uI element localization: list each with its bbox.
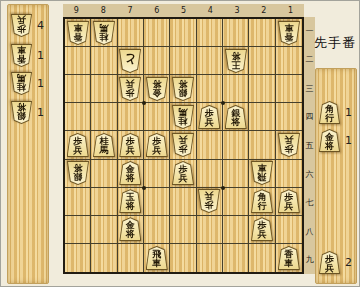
shogi-piece-gote[interactable]: 歩兵 xyxy=(172,133,194,157)
piece-kanji: 馬 xyxy=(99,23,108,32)
turn-indicator: 先手番 xyxy=(314,34,356,52)
board-cell-1-5[interactable]: 歩兵 xyxy=(276,131,302,159)
shogi-piece-sente[interactable]: 香車 xyxy=(278,246,300,270)
piece-face: 歩兵 xyxy=(279,190,299,212)
piece-face: 角行 xyxy=(320,102,339,123)
piece-face: 桂馬 xyxy=(94,134,114,156)
board-cell-4-4[interactable]: 歩兵 xyxy=(197,103,223,131)
piece-kanji: 馬 xyxy=(178,107,187,116)
shogi-piece-sente[interactable]: 飛車 xyxy=(146,246,168,270)
shogi-piece-gote[interactable]: 桂馬 xyxy=(172,105,194,129)
board-cell-8-7[interactable] xyxy=(91,188,117,216)
piece-kanji: 兵 xyxy=(205,118,214,127)
board-cell-4-3[interactable] xyxy=(197,75,223,103)
piece-kanji: 馬 xyxy=(99,146,108,155)
piece-kanji: 将 xyxy=(126,230,135,239)
piece-kanji: 兵 xyxy=(126,146,135,155)
board-cell-9-8[interactable] xyxy=(65,216,91,244)
board-cell-1-6[interactable] xyxy=(276,160,302,188)
piece-kanji: 将 xyxy=(178,79,187,88)
piece-face: 銀将 xyxy=(173,78,193,100)
board-cell-7-1[interactable] xyxy=(118,19,144,47)
hand-piece-row: 角行1 xyxy=(319,101,354,124)
hand-piece-count: 1 xyxy=(343,134,354,147)
board-cell-3-1[interactable] xyxy=(223,19,249,47)
board-cell-8-6[interactable] xyxy=(91,160,117,188)
shogi-piece-sente[interactable]: 角行 xyxy=(251,189,273,213)
board-cell-5-9[interactable] xyxy=(170,244,196,272)
piece-kanji: 兵 xyxy=(257,230,266,239)
piece-kanji: 歩 xyxy=(17,25,26,34)
shogi-piece-gote[interactable]: 銀将 xyxy=(67,161,89,185)
hand-piece-row: 金将1 xyxy=(319,129,354,152)
shogi-piece-sente[interactable]: 銀将 xyxy=(225,105,247,129)
shogi-piece-sente[interactable]: 歩兵 xyxy=(146,133,168,157)
board-cell-3-6[interactable] xyxy=(223,160,249,188)
board-cell-7-3[interactable]: 歩兵 xyxy=(118,75,144,103)
piece-face: 銀将 xyxy=(12,102,31,123)
piece-kanji: 銀 xyxy=(17,112,26,121)
board-cell-9-9[interactable] xyxy=(65,244,91,272)
hand-piece-count: 1 xyxy=(343,106,354,119)
shogi-piece-gote[interactable]: 王将 xyxy=(225,49,247,73)
board-cell-1-3[interactable] xyxy=(276,75,302,103)
file-label: 6 xyxy=(143,4,170,17)
board-cell-6-9[interactable]: 飛車 xyxy=(144,244,170,272)
board-cell-6-8[interactable] xyxy=(144,216,170,244)
board-cell-9-2[interactable] xyxy=(65,47,91,75)
board-cell-9-6[interactable]: 銀将 xyxy=(65,160,91,188)
piece-kanji: 馬 xyxy=(17,74,26,83)
board-cell-2-8[interactable]: 歩兵 xyxy=(249,216,275,244)
rank-label: 八 xyxy=(304,217,315,246)
piece-kanji: 行 xyxy=(325,114,334,123)
board-cell-5-3[interactable]: 銀将 xyxy=(170,75,196,103)
hand-piece-count: 1 xyxy=(35,106,46,119)
shogi-piece-sente[interactable]: 歩兵 xyxy=(198,105,220,129)
board-cell-1-7[interactable]: 歩兵 xyxy=(276,188,302,216)
board-cell-4-2[interactable] xyxy=(197,47,223,75)
board-cell-7-7[interactable]: 玉将 xyxy=(118,188,144,216)
hand-piece-row: 香車1 xyxy=(11,44,46,67)
hand-piece-count: 1 xyxy=(35,49,46,62)
board-cell-5-4[interactable]: 桂馬 xyxy=(170,103,196,131)
piece-kanji: 王 xyxy=(231,60,240,69)
shogi-piece-sente[interactable]: 歩兵 xyxy=(251,217,273,241)
board-cell-8-1[interactable]: 桂馬 xyxy=(91,19,117,47)
shogi-piece-gote[interactable]: 飛車 xyxy=(251,161,273,185)
piece-kanji: 将 xyxy=(231,118,240,127)
hand-piece-row: 銀将1 xyxy=(11,101,46,124)
piece-kanji: 兵 xyxy=(17,16,26,25)
board-cell-2-1[interactable] xyxy=(249,19,275,47)
piece-face: 歩兵 xyxy=(252,218,272,240)
piece-kanji: 桂 xyxy=(17,83,26,92)
file-label: 5 xyxy=(170,4,197,17)
piece-face: 角行 xyxy=(252,190,272,212)
board-cell-5-7[interactable] xyxy=(170,188,196,216)
gote-captured-stand: 歩兵4香車1桂馬1銀将1 xyxy=(7,4,49,284)
piece-kanji: 車 xyxy=(257,163,266,172)
board-cell-8-4[interactable] xyxy=(91,103,117,131)
shogi-piece-sente[interactable]: 玉将 xyxy=(119,189,141,213)
piece-kanji: 車 xyxy=(152,259,161,268)
piece-face: 玉将 xyxy=(120,190,140,212)
piece-kanji: 車 xyxy=(73,23,82,32)
rank-label: 四 xyxy=(304,103,315,132)
board-cell-9-7[interactable] xyxy=(65,188,91,216)
star-point xyxy=(142,186,146,190)
hand-piece-row: 歩兵4 xyxy=(11,14,46,37)
shogi-piece-sente[interactable]: 金将 xyxy=(119,217,141,241)
piece-face: 香車 xyxy=(279,22,299,44)
file-labels: 987654321 xyxy=(63,4,304,17)
shogi-piece-gote[interactable]: と xyxy=(119,49,141,73)
shogi-piece-sente[interactable]: 歩兵 xyxy=(278,189,300,213)
piece-face: 歩兵 xyxy=(12,15,31,36)
piece-kanji: 兵 xyxy=(284,135,293,144)
shogi-piece-sente[interactable]: 金将 xyxy=(119,161,141,185)
board-cell-9-3[interactable] xyxy=(65,75,91,103)
piece-face: 歩兵 xyxy=(320,252,339,273)
piece-kanji: 兵 xyxy=(178,174,187,183)
board-cell-8-5[interactable]: 桂馬 xyxy=(91,131,117,159)
board-cell-7-5[interactable]: 歩兵 xyxy=(118,131,144,159)
piece-face: 金将 xyxy=(120,218,140,240)
board-cell-3-4[interactable]: 銀将 xyxy=(223,103,249,131)
hand-piece-row: 桂馬1 xyxy=(11,72,46,95)
board-cell-7-4[interactable] xyxy=(118,103,144,131)
hand-piece-count: 2 xyxy=(343,256,354,269)
piece-kanji: 将 xyxy=(73,163,82,172)
shogi-piece-gote[interactable]: 桂馬 xyxy=(93,21,115,45)
file-label: 9 xyxy=(63,4,90,17)
star-point xyxy=(142,101,146,105)
board-cell-1-2[interactable] xyxy=(276,47,302,75)
board-cell-6-5[interactable]: 歩兵 xyxy=(144,131,170,159)
shogi-piece-sente[interactable]: 金将 xyxy=(319,129,340,152)
piece-face: 金将 xyxy=(320,130,339,151)
shogi-piece-gote[interactable]: 銀将 xyxy=(172,77,194,101)
board-cell-8-3[interactable] xyxy=(91,75,117,103)
board-cell-3-9[interactable] xyxy=(223,244,249,272)
piece-face: 桂馬 xyxy=(12,73,31,94)
piece-kanji: 歩 xyxy=(284,144,293,153)
board-cell-3-5[interactable] xyxy=(223,131,249,159)
shogi-piece-gote[interactable]: 歩兵 xyxy=(278,133,300,157)
piece-face: 金将 xyxy=(120,162,140,184)
board-cell-6-6[interactable] xyxy=(144,160,170,188)
piece-kanji: 兵 xyxy=(73,146,82,155)
board-cell-1-4[interactable] xyxy=(276,103,302,131)
piece-face: 飛車 xyxy=(252,162,272,184)
rank-label: 五 xyxy=(304,131,315,160)
board-cell-6-1[interactable] xyxy=(144,19,170,47)
board-cell-7-6[interactable]: 金将 xyxy=(118,160,144,188)
board-cell-5-6[interactable]: 歩兵 xyxy=(170,160,196,188)
board-cell-2-4[interactable] xyxy=(249,103,275,131)
board-cell-7-2[interactable]: と xyxy=(118,47,144,75)
board-cell-4-8[interactable] xyxy=(197,216,223,244)
board-cell-2-6[interactable]: 飛車 xyxy=(249,160,275,188)
piece-face: 歩兵 xyxy=(173,134,193,156)
piece-kanji: 兵 xyxy=(284,202,293,211)
shogi-piece-gote[interactable]: 歩兵 xyxy=(198,189,220,213)
board-cell-1-8[interactable] xyxy=(276,216,302,244)
file-label: 3 xyxy=(224,4,251,17)
file-label: 7 xyxy=(117,4,144,17)
board-cell-2-9[interactable] xyxy=(249,244,275,272)
shogi-piece-gote[interactable]: 銀将 xyxy=(11,101,32,124)
board-cell-5-1[interactable] xyxy=(170,19,196,47)
piece-kanji: 将 xyxy=(17,103,26,112)
file-label: 8 xyxy=(90,4,117,17)
piece-face: 香車 xyxy=(279,247,299,269)
shogi-piece-sente[interactable]: 歩兵 xyxy=(119,133,141,157)
shogi-piece-gote[interactable]: 香車 xyxy=(11,44,32,67)
board-cell-9-4[interactable] xyxy=(65,103,91,131)
piece-kanji: 歩 xyxy=(205,200,214,209)
piece-kanji: 兵 xyxy=(152,146,161,155)
piece-face: 歩兵 xyxy=(147,134,167,156)
board-cell-3-8[interactable] xyxy=(223,216,249,244)
board-cell-7-9[interactable] xyxy=(118,244,144,272)
board-cell-5-5[interactable]: 歩兵 xyxy=(170,131,196,159)
board-cell-3-7[interactable] xyxy=(223,188,249,216)
piece-kanji: 将 xyxy=(126,174,135,183)
piece-face: 歩兵 xyxy=(173,162,193,184)
board-cell-7-8[interactable]: 金将 xyxy=(118,216,144,244)
piece-kanji: 金 xyxy=(152,88,161,97)
shogi-board[interactable]: 香車桂馬香車と王将歩兵金将銀将桂馬歩兵銀将歩兵桂馬歩兵歩兵歩兵歩兵銀将金将歩兵飛… xyxy=(63,17,304,274)
board-cell-5-8[interactable] xyxy=(170,216,196,244)
piece-face: 香車 xyxy=(12,45,31,66)
piece-kanji: 銀 xyxy=(73,172,82,181)
piece-kanji: 兵 xyxy=(126,79,135,88)
piece-kanji: 行 xyxy=(257,202,266,211)
board-cell-4-6[interactable] xyxy=(197,160,223,188)
shogi-piece-sente[interactable]: 歩兵 xyxy=(319,251,340,274)
rank-label: 三 xyxy=(304,74,315,103)
board-cell-2-2[interactable] xyxy=(249,47,275,75)
piece-kanji: と xyxy=(124,53,136,66)
shogi-piece-sente[interactable]: 桂馬 xyxy=(93,133,115,157)
board-cell-3-3[interactable] xyxy=(223,75,249,103)
piece-kanji: 歩 xyxy=(126,88,135,97)
piece-face: 歩兵 xyxy=(68,134,88,156)
board-cell-9-1[interactable]: 香車 xyxy=(65,19,91,47)
board-cell-8-9[interactable] xyxy=(91,244,117,272)
piece-kanji: 将 xyxy=(325,142,334,151)
piece-kanji: 将 xyxy=(126,202,135,211)
board-cell-8-8[interactable] xyxy=(91,216,117,244)
sente-captured-stand: 角行1金将1歩兵2 xyxy=(315,68,357,284)
board-cell-3-2[interactable]: 王将 xyxy=(223,47,249,75)
file-label: 4 xyxy=(197,4,224,17)
board-cell-2-5[interactable] xyxy=(249,131,275,159)
piece-kanji: 車 xyxy=(284,23,293,32)
shogi-piece-gote[interactable]: 香車 xyxy=(278,21,300,45)
piece-kanji: 桂 xyxy=(178,116,187,125)
board-cell-6-3[interactable]: 金将 xyxy=(144,75,170,103)
shogi-piece-gote[interactable]: 香車 xyxy=(67,21,89,45)
rank-label: 九 xyxy=(304,246,315,275)
shogi-piece-gote[interactable]: 歩兵 xyxy=(11,14,32,37)
board-cell-5-2[interactable] xyxy=(170,47,196,75)
board-cell-4-9[interactable] xyxy=(197,244,223,272)
shogi-piece-gote[interactable]: 桂馬 xyxy=(11,72,32,95)
board-cell-1-1[interactable]: 香車 xyxy=(276,19,302,47)
piece-face: 桂馬 xyxy=(94,22,114,44)
rank-label: 七 xyxy=(304,188,315,217)
piece-kanji: 車 xyxy=(284,259,293,268)
board-cell-2-7[interactable]: 角行 xyxy=(249,188,275,216)
piece-kanji: 将 xyxy=(231,51,240,60)
shogi-piece-sente[interactable]: 歩兵 xyxy=(172,161,194,185)
piece-kanji: 車 xyxy=(17,46,26,55)
piece-kanji: 兵 xyxy=(325,264,334,273)
board-cell-9-5[interactable]: 歩兵 xyxy=(65,131,91,159)
rank-label: 六 xyxy=(304,160,315,189)
shogi-piece-gote[interactable]: 金将 xyxy=(146,77,168,101)
board-cell-1-9[interactable]: 香車 xyxy=(276,244,302,272)
shogi-piece-sente[interactable]: 歩兵 xyxy=(67,133,89,157)
piece-face: 銀将 xyxy=(226,106,246,128)
piece-kanji: 将 xyxy=(152,79,161,88)
board-cell-8-2[interactable] xyxy=(91,47,117,75)
piece-face: 歩兵 xyxy=(199,106,219,128)
star-point xyxy=(221,101,225,105)
piece-kanji: 銀 xyxy=(178,88,187,97)
hand-piece-count: 4 xyxy=(35,19,46,32)
piece-face: 歩兵 xyxy=(120,134,140,156)
hand-piece-count: 1 xyxy=(35,77,46,90)
board-cell-6-4[interactable] xyxy=(144,103,170,131)
board-cell-4-1[interactable] xyxy=(197,19,223,47)
file-label: 2 xyxy=(250,4,277,17)
hand-piece-row: 歩兵2 xyxy=(319,251,354,274)
board-cell-4-5[interactable] xyxy=(197,131,223,159)
file-label: 1 xyxy=(277,4,304,17)
board-cell-6-2[interactable] xyxy=(144,47,170,75)
piece-face: 飛車 xyxy=(147,247,167,269)
piece-face: 歩兵 xyxy=(279,134,299,156)
board-cell-2-3[interactable] xyxy=(249,75,275,103)
shogi-piece-gote[interactable]: 歩兵 xyxy=(119,77,141,101)
piece-kanji: 歩 xyxy=(178,144,187,153)
piece-kanji: 飛 xyxy=(257,172,266,181)
shogi-diagram: 歩兵4香車1桂馬1銀将1 987654321 一二三四五六七八九 香車桂馬香車と… xyxy=(0,0,360,287)
piece-kanji: 兵 xyxy=(178,135,187,144)
shogi-piece-sente[interactable]: 角行 xyxy=(319,101,340,124)
board-cell-4-7[interactable]: 歩兵 xyxy=(197,188,223,216)
piece-kanji: 香 xyxy=(17,55,26,64)
piece-face: 桂馬 xyxy=(173,106,193,128)
board-cell-6-7[interactable] xyxy=(144,188,170,216)
piece-kanji: 兵 xyxy=(205,191,214,200)
rank-labels: 一二三四五六七八九 xyxy=(304,17,315,274)
star-point xyxy=(221,186,225,190)
